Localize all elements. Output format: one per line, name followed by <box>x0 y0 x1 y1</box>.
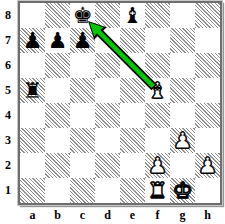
rank-label-3: 3 <box>0 128 16 153</box>
square-h5[interactable] <box>195 78 220 103</box>
square-e3[interactable] <box>120 128 145 153</box>
square-g7[interactable] <box>170 28 195 53</box>
rank-label-7: 7 <box>0 28 16 53</box>
square-b2[interactable] <box>45 153 70 178</box>
square-g1[interactable]: ♚ <box>170 178 195 203</box>
square-b4[interactable] <box>45 103 70 128</box>
square-d2[interactable] <box>95 153 120 178</box>
rank-label-8: 8 <box>0 3 16 28</box>
square-d7[interactable] <box>95 28 120 53</box>
square-a7[interactable]: ♟ <box>20 28 45 53</box>
square-g3[interactable]: ♟ <box>170 128 195 153</box>
square-d1[interactable] <box>95 178 120 203</box>
square-c6[interactable] <box>70 53 95 78</box>
square-c1[interactable] <box>70 178 95 203</box>
file-label-e: e <box>120 207 145 223</box>
square-e5[interactable] <box>120 78 145 103</box>
square-h6[interactable] <box>195 53 220 78</box>
square-g8[interactable] <box>170 3 195 28</box>
square-e2[interactable] <box>120 153 145 178</box>
square-a5[interactable]: ♜ <box>20 78 45 103</box>
square-b6[interactable] <box>45 53 70 78</box>
file-label-c: c <box>70 207 95 223</box>
square-h2[interactable]: ♟ <box>195 153 220 178</box>
rank-label-6: 6 <box>0 53 16 78</box>
square-e6[interactable] <box>120 53 145 78</box>
piece-black-bishop[interactable]: ♝ <box>123 5 143 27</box>
square-h3[interactable] <box>195 128 220 153</box>
square-h7[interactable] <box>195 28 220 53</box>
square-b1[interactable] <box>45 178 70 203</box>
square-c2[interactable] <box>70 153 95 178</box>
square-c5[interactable] <box>70 78 95 103</box>
square-d6[interactable] <box>95 53 120 78</box>
piece-black-pawn[interactable]: ♟ <box>48 30 68 52</box>
square-c4[interactable] <box>70 103 95 128</box>
square-h1[interactable] <box>195 178 220 203</box>
square-b8[interactable] <box>45 3 70 28</box>
square-a8[interactable] <box>20 3 45 28</box>
piece-white-rook[interactable]: ♜ <box>148 180 168 202</box>
square-f5[interactable]: ♝ <box>145 78 170 103</box>
square-h4[interactable] <box>195 103 220 128</box>
square-e7[interactable] <box>120 28 145 53</box>
file-label-a: a <box>20 207 45 223</box>
square-c7[interactable]: ♟ <box>70 28 95 53</box>
square-d5[interactable] <box>95 78 120 103</box>
chess-diagram: 87654321 ♚♝♟♟♟♜♝♟♟♟♜♚ abcdefgh <box>0 0 225 224</box>
square-e8[interactable]: ♝ <box>120 3 145 28</box>
piece-black-pawn[interactable]: ♟ <box>23 30 43 52</box>
file-label-b: b <box>45 207 70 223</box>
square-h8[interactable] <box>195 3 220 28</box>
piece-white-pawn[interactable]: ♟ <box>173 130 193 152</box>
square-f8[interactable] <box>145 3 170 28</box>
square-a4[interactable] <box>20 103 45 128</box>
square-a1[interactable] <box>20 178 45 203</box>
square-b5[interactable] <box>45 78 70 103</box>
square-e1[interactable] <box>120 178 145 203</box>
square-f4[interactable] <box>145 103 170 128</box>
rank-label-2: 2 <box>0 153 16 178</box>
rank-label-5: 5 <box>0 78 16 103</box>
square-g5[interactable] <box>170 78 195 103</box>
square-a2[interactable] <box>20 153 45 178</box>
square-f1[interactable]: ♜ <box>145 178 170 203</box>
file-label-g: g <box>170 207 195 223</box>
piece-black-king[interactable]: ♚ <box>73 5 93 27</box>
square-b7[interactable]: ♟ <box>45 28 70 53</box>
board-frame: ♚♝♟♟♟♜♝♟♟♟♜♚ <box>18 1 222 205</box>
piece-white-pawn[interactable]: ♟ <box>148 155 168 177</box>
rank-labels: 87654321 <box>0 3 16 203</box>
square-f3[interactable] <box>145 128 170 153</box>
square-g4[interactable] <box>170 103 195 128</box>
square-f2[interactable]: ♟ <box>145 153 170 178</box>
file-label-h: h <box>195 207 220 223</box>
piece-white-bishop[interactable]: ♝ <box>148 80 168 102</box>
square-e4[interactable] <box>120 103 145 128</box>
square-d3[interactable] <box>95 128 120 153</box>
square-c3[interactable] <box>70 128 95 153</box>
square-g2[interactable] <box>170 153 195 178</box>
square-f7[interactable] <box>145 28 170 53</box>
square-b3[interactable] <box>45 128 70 153</box>
piece-black-rook[interactable]: ♜ <box>23 80 43 102</box>
board-squares: ♚♝♟♟♟♜♝♟♟♟♜♚ <box>20 3 220 203</box>
file-labels: abcdefgh <box>20 207 220 223</box>
square-d8[interactable] <box>95 3 120 28</box>
file-label-d: d <box>95 207 120 223</box>
square-f6[interactable] <box>145 53 170 78</box>
file-label-f: f <box>145 207 170 223</box>
piece-white-pawn[interactable]: ♟ <box>198 155 218 177</box>
square-a6[interactable] <box>20 53 45 78</box>
piece-black-pawn[interactable]: ♟ <box>73 30 93 52</box>
square-a3[interactable] <box>20 128 45 153</box>
square-d4[interactable] <box>95 103 120 128</box>
piece-white-king[interactable]: ♚ <box>173 180 193 202</box>
rank-label-4: 4 <box>0 103 16 128</box>
square-g6[interactable] <box>170 53 195 78</box>
square-c8[interactable]: ♚ <box>70 3 95 28</box>
rank-label-1: 1 <box>0 178 16 203</box>
